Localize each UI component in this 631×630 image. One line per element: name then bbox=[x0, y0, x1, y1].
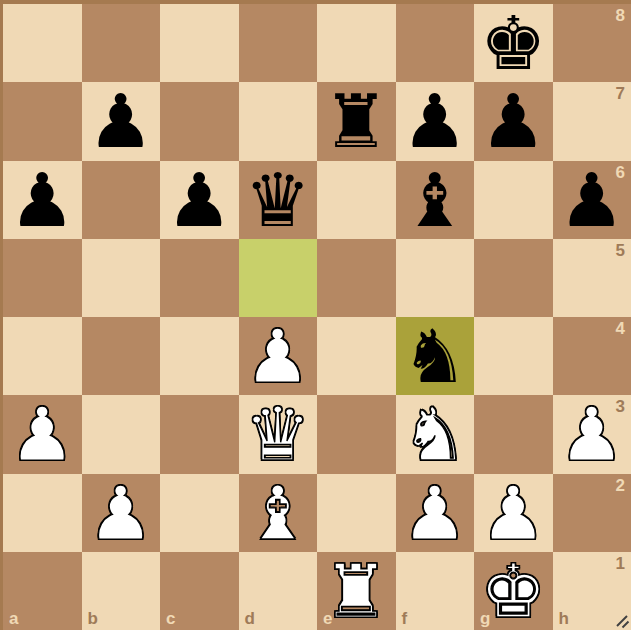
square-d6[interactable]: ♛ bbox=[239, 161, 318, 239]
square-g8[interactable]: ♚ bbox=[474, 4, 553, 82]
square-f5[interactable] bbox=[396, 239, 475, 317]
file-label-h: h bbox=[559, 610, 569, 627]
square-a5[interactable] bbox=[3, 239, 82, 317]
square-b3[interactable] bbox=[82, 395, 161, 473]
square-d3[interactable]: ♛ bbox=[239, 395, 318, 473]
square-d2[interactable]: ♝ bbox=[239, 474, 318, 552]
black-pawn[interactable]: ♟ bbox=[474, 82, 553, 160]
square-a6[interactable]: ♟ bbox=[3, 161, 82, 239]
white-knight[interactable]: ♞ bbox=[396, 395, 475, 473]
black-queen[interactable]: ♛ bbox=[239, 161, 318, 239]
square-a3[interactable]: ♟ bbox=[3, 395, 82, 473]
square-g6[interactable] bbox=[474, 161, 553, 239]
square-g4[interactable] bbox=[474, 317, 553, 395]
file-label-f: f bbox=[402, 610, 408, 627]
chess-app: { "game": "chess", "position": { "fen": … bbox=[0, 0, 631, 630]
black-rook[interactable]: ♜ bbox=[317, 82, 396, 160]
square-c2[interactable] bbox=[160, 474, 239, 552]
white-pawn[interactable]: ♟ bbox=[82, 474, 161, 552]
square-c5[interactable] bbox=[160, 239, 239, 317]
square-d7[interactable] bbox=[239, 82, 318, 160]
square-g2[interactable]: ♟ bbox=[474, 474, 553, 552]
square-h2[interactable]: 2 bbox=[553, 474, 631, 552]
square-h5[interactable]: 5 bbox=[553, 239, 631, 317]
square-a7[interactable] bbox=[3, 82, 82, 160]
square-b8[interactable] bbox=[82, 4, 161, 82]
black-pawn[interactable]: ♟ bbox=[553, 161, 631, 239]
square-e3[interactable] bbox=[317, 395, 396, 473]
white-pawn[interactable]: ♟ bbox=[239, 317, 318, 395]
square-c4[interactable] bbox=[160, 317, 239, 395]
white-bishop[interactable]: ♝ bbox=[239, 474, 318, 552]
square-d5[interactable] bbox=[239, 239, 318, 317]
square-h3[interactable]: ♟3 bbox=[553, 395, 631, 473]
square-d1[interactable]: d bbox=[239, 552, 318, 630]
square-c3[interactable] bbox=[160, 395, 239, 473]
square-b2[interactable]: ♟ bbox=[82, 474, 161, 552]
square-g1[interactable]: ♚g bbox=[474, 552, 553, 630]
square-d8[interactable] bbox=[239, 4, 318, 82]
square-e4[interactable] bbox=[317, 317, 396, 395]
square-e8[interactable] bbox=[317, 4, 396, 82]
black-pawn[interactable]: ♟ bbox=[396, 82, 475, 160]
square-c7[interactable] bbox=[160, 82, 239, 160]
rank-label-5: 5 bbox=[616, 242, 625, 259]
white-pawn[interactable]: ♟ bbox=[396, 474, 475, 552]
square-f6[interactable]: ♝ bbox=[396, 161, 475, 239]
black-pawn[interactable]: ♟ bbox=[82, 82, 161, 160]
white-rook[interactable]: ♜ bbox=[317, 552, 396, 630]
square-f2[interactable]: ♟ bbox=[396, 474, 475, 552]
square-f4[interactable]: ♞ bbox=[396, 317, 475, 395]
square-a1[interactable]: a bbox=[3, 552, 82, 630]
square-f1[interactable]: f bbox=[396, 552, 475, 630]
rank-label-7: 7 bbox=[616, 85, 625, 102]
black-pawn[interactable]: ♟ bbox=[3, 161, 82, 239]
square-b5[interactable] bbox=[82, 239, 161, 317]
file-label-a: a bbox=[9, 610, 18, 627]
square-g3[interactable] bbox=[474, 395, 553, 473]
square-e1[interactable]: ♜e bbox=[317, 552, 396, 630]
rank-label-8: 8 bbox=[616, 7, 625, 24]
square-f7[interactable]: ♟ bbox=[396, 82, 475, 160]
square-d4[interactable]: ♟ bbox=[239, 317, 318, 395]
white-pawn[interactable]: ♟ bbox=[3, 395, 82, 473]
square-b6[interactable] bbox=[82, 161, 161, 239]
square-a2[interactable] bbox=[3, 474, 82, 552]
white-pawn[interactable]: ♟ bbox=[474, 474, 553, 552]
square-b7[interactable]: ♟ bbox=[82, 82, 161, 160]
square-g5[interactable] bbox=[474, 239, 553, 317]
file-label-c: c bbox=[166, 610, 175, 627]
white-queen[interactable]: ♛ bbox=[239, 395, 318, 473]
square-b1[interactable]: b bbox=[82, 552, 161, 630]
rank-label-2: 2 bbox=[616, 477, 625, 494]
resize-handle-icon[interactable] bbox=[614, 613, 630, 629]
square-g7[interactable]: ♟ bbox=[474, 82, 553, 160]
square-h6[interactable]: ♟6 bbox=[553, 161, 631, 239]
square-e2[interactable] bbox=[317, 474, 396, 552]
square-h4[interactable]: 4 bbox=[553, 317, 631, 395]
black-pawn[interactable]: ♟ bbox=[160, 161, 239, 239]
square-a8[interactable] bbox=[3, 4, 82, 82]
black-bishop[interactable]: ♝ bbox=[396, 161, 475, 239]
square-f3[interactable]: ♞ bbox=[396, 395, 475, 473]
square-h8[interactable]: 8 bbox=[553, 4, 631, 82]
file-label-b: b bbox=[88, 610, 98, 627]
square-h7[interactable]: 7 bbox=[553, 82, 631, 160]
square-c1[interactable]: c bbox=[160, 552, 239, 630]
white-pawn[interactable]: ♟ bbox=[553, 395, 631, 473]
white-king[interactable]: ♚ bbox=[474, 552, 553, 630]
file-label-d: d bbox=[245, 610, 255, 627]
rank-label-1: 1 bbox=[616, 555, 625, 572]
square-b4[interactable] bbox=[82, 317, 161, 395]
black-king[interactable]: ♚ bbox=[474, 4, 553, 82]
black-knight[interactable]: ♞ bbox=[396, 317, 475, 395]
square-c6[interactable]: ♟ bbox=[160, 161, 239, 239]
square-e6[interactable] bbox=[317, 161, 396, 239]
square-a4[interactable] bbox=[3, 317, 82, 395]
rank-label-4: 4 bbox=[616, 320, 625, 337]
square-f8[interactable] bbox=[396, 4, 475, 82]
square-c8[interactable] bbox=[160, 4, 239, 82]
chess-board: ♚8♟♜♟♟7♟♟♛♝♟65♟♞4♟♛♞♟3♟♝♟♟2abcd♜ef♚g1h bbox=[3, 4, 631, 630]
square-e7[interactable]: ♜ bbox=[317, 82, 396, 160]
square-e5[interactable] bbox=[317, 239, 396, 317]
